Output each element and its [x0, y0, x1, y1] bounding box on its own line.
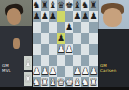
white-pawn-b2: ♟ — [41, 66, 49, 77]
square-d8[interactable]: ♛ — [57, 0, 65, 11]
square-b7[interactable]: ♟ — [41, 11, 49, 22]
square-a3[interactable] — [33, 55, 41, 66]
black-queen-d8: ♛ — [57, 0, 65, 11]
white-pawn-d4: ♟ — [57, 44, 65, 55]
square-h2[interactable]: ♟ — [89, 66, 97, 77]
right-player-torso — [97, 29, 129, 90]
square-c6[interactable] — [49, 22, 57, 33]
black-pawn-b7: ♟ — [41, 11, 49, 22]
square-f4[interactable] — [73, 44, 81, 55]
square-e8[interactable]: ♚ — [65, 0, 73, 11]
square-d4[interactable]: ♟ — [57, 44, 65, 55]
square-e2[interactable] — [65, 66, 73, 77]
thumbnail: ♝ ♜ GM MVL GM Carlsen ♞♜♝♛♚♝♞♜♟♟♟♟♟♟♟♟♟♟… — [0, 0, 129, 90]
square-b8[interactable]: ♜ — [41, 0, 49, 11]
square-c2[interactable]: ♟ — [49, 66, 57, 77]
square-a7[interactable]: ♟ — [33, 11, 41, 22]
square-d3[interactable] — [57, 55, 65, 66]
white-pawn-e4: ♟ — [65, 44, 73, 55]
square-d2[interactable] — [57, 66, 65, 77]
square-h7[interactable]: ♟ — [89, 11, 97, 22]
square-h3[interactable] — [89, 55, 97, 66]
black-pawn-a7: ♟ — [33, 11, 41, 22]
left-player-hand — [13, 38, 20, 49]
square-e5[interactable] — [65, 33, 73, 44]
square-e7[interactable] — [65, 11, 73, 22]
square-h8[interactable]: ♜ — [89, 0, 97, 11]
black-rook-b8: ♜ — [41, 0, 49, 11]
right-caption-line2: Carlsen — [100, 68, 116, 73]
black-pawn-c7: ♟ — [49, 11, 57, 22]
photo-foreground-pieces: ♝ ♜ — [24, 56, 32, 88]
chess-board: ♞♜♝♛♚♝♞♜♟♟♟♟♟♟♟♟♟♟♟♟♟♟♟♟♞♜♝♛♚♝♞♜ — [33, 0, 98, 88]
white-pawn-c2: ♟ — [49, 66, 57, 77]
white-pawn-a2: ♟ — [33, 66, 41, 77]
square-c7[interactable]: ♟ — [49, 11, 57, 22]
square-c8[interactable]: ♝ — [49, 0, 57, 11]
square-b3[interactable] — [41, 55, 49, 66]
white-rook-icon: ♜ — [24, 72, 32, 86]
square-f5[interactable] — [73, 33, 81, 44]
black-knight-a8: ♞ — [33, 0, 41, 11]
bottom-band — [0, 87, 129, 90]
square-d5-highlighted[interactable]: ♟ — [57, 33, 65, 44]
square-f6[interactable] — [73, 22, 81, 33]
square-h4[interactable] — [89, 44, 97, 55]
left-player-caption: GM MVL — [2, 63, 11, 73]
square-c4[interactable] — [49, 44, 57, 55]
right-player-caption: GM Carlsen — [100, 63, 116, 73]
square-e6[interactable]: ♟ — [65, 22, 73, 33]
square-c3[interactable] — [49, 55, 57, 66]
square-a6[interactable] — [33, 22, 41, 33]
black-rook-h8: ♜ — [89, 0, 97, 11]
square-g5[interactable] — [81, 33, 89, 44]
left-player-photo: ♝ ♜ — [0, 0, 32, 90]
right-player-face — [103, 8, 122, 27]
square-b5[interactable] — [41, 33, 49, 44]
black-pawn-h7: ♟ — [89, 11, 97, 22]
black-bishop-c8: ♝ — [49, 0, 57, 11]
square-a5[interactable] — [33, 33, 41, 44]
square-h5[interactable] — [89, 33, 97, 44]
square-e3[interactable] — [65, 55, 73, 66]
square-b6[interactable] — [41, 22, 49, 33]
square-b4[interactable] — [41, 44, 49, 55]
right-player-photo — [97, 0, 129, 90]
square-b2[interactable]: ♟ — [41, 66, 49, 77]
white-pawn-h2: ♟ — [89, 66, 97, 77]
left-caption-line2: MVL — [2, 68, 11, 73]
square-a2[interactable]: ♟ — [33, 66, 41, 77]
square-a8[interactable]: ♞ — [33, 0, 41, 11]
square-g4[interactable] — [81, 44, 89, 55]
square-e4[interactable]: ♟ — [65, 44, 73, 55]
square-f3[interactable] — [73, 55, 81, 66]
white-bishop-icon: ♝ — [24, 56, 32, 70]
square-g3[interactable] — [81, 55, 89, 66]
black-king-e8: ♚ — [65, 0, 73, 11]
black-pawn-e6: ♟ — [65, 22, 73, 33]
square-g6[interactable] — [81, 22, 89, 33]
square-a4[interactable] — [33, 44, 41, 55]
square-c5[interactable] — [49, 33, 57, 44]
square-h6[interactable] — [89, 22, 97, 33]
square-d6[interactable] — [57, 22, 65, 33]
square-d7-highlighted[interactable] — [57, 11, 65, 22]
black-pawn-d5: ♟ — [57, 33, 65, 44]
